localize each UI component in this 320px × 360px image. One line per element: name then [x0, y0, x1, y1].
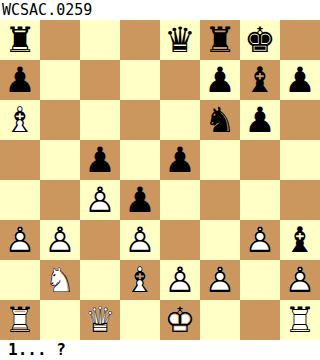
black-pawn-icon[interactable]: ♟ — [200, 60, 240, 100]
piece-fill: ♟ — [120, 180, 160, 220]
square-c2[interactable] — [80, 260, 120, 300]
square-b6[interactable] — [40, 100, 80, 140]
square-g8[interactable]: ♚ — [240, 20, 280, 60]
square-f3[interactable] — [200, 220, 240, 260]
square-h3[interactable]: ♝ — [280, 220, 320, 260]
square-d6[interactable] — [120, 100, 160, 140]
piece-outline: ♔ — [160, 300, 200, 340]
square-a5[interactable] — [0, 140, 40, 180]
square-f5[interactable] — [200, 140, 240, 180]
square-a6[interactable]: ♝♗ — [0, 100, 40, 140]
square-f4[interactable] — [200, 180, 240, 220]
square-h5[interactable] — [280, 140, 320, 180]
black-bishop-icon[interactable]: ♝ — [240, 60, 280, 100]
square-h7[interactable]: ♟ — [280, 60, 320, 100]
square-b2[interactable]: ♞♘ — [40, 260, 80, 300]
piece-outline: ♙ — [120, 220, 160, 260]
square-g6[interactable]: ♟ — [240, 100, 280, 140]
square-g3[interactable]: ♟♙ — [240, 220, 280, 260]
black-bishop-icon[interactable]: ♝ — [280, 220, 320, 260]
piece-fill: ♝ — [280, 220, 320, 260]
square-a7[interactable]: ♟ — [0, 60, 40, 100]
puzzle-title: WCSAC.0259 — [0, 0, 320, 20]
square-b8[interactable] — [40, 20, 80, 60]
piece-outline: ♙ — [280, 260, 320, 300]
square-e1[interactable]: ♚♔ — [160, 300, 200, 340]
square-h8[interactable] — [280, 20, 320, 60]
black-rook-icon[interactable]: ♜ — [0, 20, 40, 60]
piece-outline: ♙ — [200, 260, 240, 300]
square-d1[interactable] — [120, 300, 160, 340]
square-h4[interactable] — [280, 180, 320, 220]
square-e6[interactable] — [160, 100, 200, 140]
piece-fill: ♝ — [240, 60, 280, 100]
square-d4[interactable]: ♟ — [120, 180, 160, 220]
square-e8[interactable]: ♛ — [160, 20, 200, 60]
square-f1[interactable] — [200, 300, 240, 340]
white-king-icon[interactable]: ♚♔ — [160, 300, 200, 340]
square-c1[interactable]: ♛♕ — [80, 300, 120, 340]
square-c7[interactable] — [80, 60, 120, 100]
white-bishop-icon[interactable]: ♝♗ — [0, 100, 40, 140]
piece-outline: ♘ — [40, 260, 80, 300]
square-a1[interactable]: ♜♖ — [0, 300, 40, 340]
square-d2[interactable]: ♝♗ — [120, 260, 160, 300]
square-b5[interactable] — [40, 140, 80, 180]
square-f8[interactable]: ♜ — [200, 20, 240, 60]
chess-board: ♜♛♜♚♟♟♝♟♝♗♞♟♟♟♟♙♟♟♙♟♙♟♙♟♙♝♞♘♝♗♟♙♟♙♟♙♜♖♛♕… — [0, 20, 320, 340]
piece-fill: ♟ — [240, 100, 280, 140]
black-king-icon[interactable]: ♚ — [240, 20, 280, 60]
square-e5[interactable]: ♟ — [160, 140, 200, 180]
piece-outline: ♙ — [0, 220, 40, 260]
square-e4[interactable] — [160, 180, 200, 220]
piece-fill: ♟ — [80, 140, 120, 180]
square-d5[interactable] — [120, 140, 160, 180]
square-d7[interactable] — [120, 60, 160, 100]
piece-fill: ♟ — [0, 60, 40, 100]
square-h2[interactable]: ♟♙ — [280, 260, 320, 300]
square-c8[interactable] — [80, 20, 120, 60]
black-pawn-icon[interactable]: ♟ — [240, 100, 280, 140]
square-c5[interactable]: ♟ — [80, 140, 120, 180]
white-pawn-icon[interactable]: ♟♙ — [40, 220, 80, 260]
square-g2[interactable] — [240, 260, 280, 300]
piece-fill: ♞ — [200, 100, 240, 140]
piece-outline: ♗ — [120, 260, 160, 300]
square-f7[interactable]: ♟ — [200, 60, 240, 100]
piece-outline: ♗ — [0, 100, 40, 140]
square-g7[interactable]: ♝ — [240, 60, 280, 100]
piece-outline: ♙ — [160, 260, 200, 300]
white-rook-icon[interactable]: ♜♖ — [280, 300, 320, 340]
square-a8[interactable]: ♜ — [0, 20, 40, 60]
white-pawn-icon[interactable]: ♟♙ — [80, 180, 120, 220]
white-pawn-icon[interactable]: ♟♙ — [0, 220, 40, 260]
square-b1[interactable] — [40, 300, 80, 340]
square-c3[interactable] — [80, 220, 120, 260]
black-knight-icon[interactable]: ♞ — [200, 100, 240, 140]
white-pawn-icon[interactable]: ♟♙ — [280, 260, 320, 300]
piece-fill: ♟ — [160, 140, 200, 180]
piece-fill: ♚ — [240, 20, 280, 60]
square-c4[interactable]: ♟♙ — [80, 180, 120, 220]
piece-fill: ♟ — [200, 60, 240, 100]
black-pawn-icon[interactable]: ♟ — [160, 140, 200, 180]
square-h6[interactable] — [280, 100, 320, 140]
white-rook-icon[interactable]: ♜♖ — [0, 300, 40, 340]
square-b7[interactable] — [40, 60, 80, 100]
square-g4[interactable] — [240, 180, 280, 220]
square-f2[interactable]: ♟♙ — [200, 260, 240, 300]
square-a2[interactable] — [0, 260, 40, 300]
black-pawn-icon[interactable]: ♟ — [280, 60, 320, 100]
piece-outline: ♖ — [280, 300, 320, 340]
piece-outline: ♖ — [0, 300, 40, 340]
black-pawn-icon[interactable]: ♟ — [0, 60, 40, 100]
black-pawn-icon[interactable]: ♟ — [80, 140, 120, 180]
square-b3[interactable]: ♟♙ — [40, 220, 80, 260]
white-pawn-icon[interactable]: ♟♙ — [200, 260, 240, 300]
white-pawn-icon[interactable]: ♟♙ — [240, 220, 280, 260]
black-pawn-icon[interactable]: ♟ — [120, 180, 160, 220]
white-queen-icon[interactable]: ♛♕ — [80, 300, 120, 340]
square-e2[interactable]: ♟♙ — [160, 260, 200, 300]
square-a4[interactable] — [0, 180, 40, 220]
square-c6[interactable] — [80, 100, 120, 140]
piece-outline: ♕ — [80, 300, 120, 340]
square-f6[interactable]: ♞ — [200, 100, 240, 140]
white-knight-icon[interactable]: ♞♘ — [40, 260, 80, 300]
black-rook-icon[interactable]: ♜ — [200, 20, 240, 60]
square-b4[interactable] — [40, 180, 80, 220]
white-bishop-icon[interactable]: ♝♗ — [120, 260, 160, 300]
piece-outline: ♙ — [240, 220, 280, 260]
square-h1[interactable]: ♜♖ — [280, 300, 320, 340]
white-pawn-icon[interactable]: ♟♙ — [160, 260, 200, 300]
piece-outline: ♙ — [40, 220, 80, 260]
square-g1[interactable] — [240, 300, 280, 340]
black-queen-icon[interactable]: ♛ — [160, 20, 200, 60]
move-prompt: 1... ? — [0, 340, 320, 360]
square-g5[interactable] — [240, 140, 280, 180]
white-pawn-icon[interactable]: ♟♙ — [120, 220, 160, 260]
square-e7[interactable] — [160, 60, 200, 100]
square-a3[interactable]: ♟♙ — [0, 220, 40, 260]
square-d3[interactable]: ♟♙ — [120, 220, 160, 260]
square-e3[interactable] — [160, 220, 200, 260]
piece-fill: ♜ — [200, 20, 240, 60]
piece-outline: ♙ — [80, 180, 120, 220]
piece-fill: ♟ — [280, 60, 320, 100]
square-d8[interactable] — [120, 20, 160, 60]
piece-fill: ♜ — [0, 20, 40, 60]
piece-fill: ♛ — [160, 20, 200, 60]
